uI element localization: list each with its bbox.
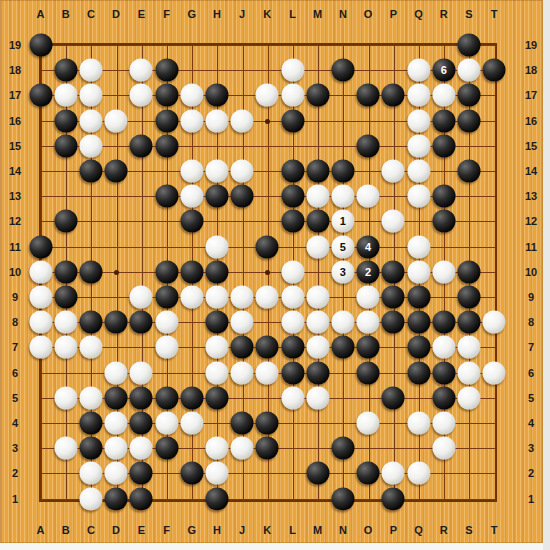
white-stone-C2[interactable]: [79, 462, 102, 485]
col-label-top-N: N: [339, 9, 347, 20]
black-stone-S9[interactable]: [457, 286, 480, 309]
black-stone-F16[interactable]: [155, 109, 178, 132]
black-stone-L7[interactable]: [281, 336, 304, 359]
white-stone-D3[interactable]: [105, 437, 128, 460]
white-stone-D6[interactable]: [105, 361, 128, 384]
black-stone-E5[interactable]: [130, 386, 153, 409]
white-stone-C1[interactable]: [79, 487, 102, 510]
white-stone-L10[interactable]: [281, 260, 304, 283]
black-stone-P1[interactable]: [382, 487, 405, 510]
black-stone-F10[interactable]: [155, 260, 178, 283]
col-label-top-O: O: [364, 9, 373, 20]
white-stone-S7[interactable]: [457, 336, 480, 359]
white-stone-M8[interactable]: [306, 311, 329, 334]
col-label-bottom-T: T: [491, 525, 498, 536]
row-label-left-16: 16: [9, 115, 21, 126]
black-stone-M14[interactable]: [306, 160, 329, 183]
black-stone-R6[interactable]: [432, 361, 455, 384]
row-label-right-1: 1: [528, 493, 534, 504]
white-stone-H3[interactable]: [205, 437, 228, 460]
white-stone-C16[interactable]: [79, 109, 102, 132]
col-label-top-T: T: [491, 9, 498, 20]
row-label-left-17: 17: [9, 90, 21, 101]
black-stone-S17[interactable]: [457, 84, 480, 107]
move-1-stone-N12[interactable]: 1: [331, 210, 354, 233]
row-label-right-2: 2: [528, 468, 534, 479]
black-stone-L14[interactable]: [281, 160, 304, 183]
col-label-top-D: D: [112, 9, 120, 20]
row-label-right-18: 18: [525, 65, 537, 76]
col-label-bottom-A: A: [37, 525, 45, 536]
black-stone-F15[interactable]: [155, 134, 178, 157]
row-label-right-6: 6: [528, 367, 534, 378]
black-stone-D14[interactable]: [105, 160, 128, 183]
black-stone-H10[interactable]: [205, 260, 228, 283]
black-stone-B15[interactable]: [54, 134, 77, 157]
row-label-right-11: 11: [525, 241, 537, 252]
move-2-stone-O10[interactable]: 2: [357, 260, 380, 283]
col-label-bottom-F: F: [163, 525, 170, 536]
col-label-top-J: J: [239, 9, 245, 20]
black-stone-D1[interactable]: [105, 487, 128, 510]
white-stone-J16[interactable]: [231, 109, 254, 132]
col-label-bottom-M: M: [313, 525, 322, 536]
black-stone-H8[interactable]: [205, 311, 228, 334]
black-stone-P9[interactable]: [382, 286, 405, 309]
white-stone-A7[interactable]: [29, 336, 52, 359]
white-stone-E3[interactable]: [130, 437, 153, 460]
black-stone-F17[interactable]: [155, 84, 178, 107]
row-label-left-2: 2: [12, 468, 18, 479]
col-label-bottom-G: G: [187, 525, 196, 536]
white-stone-L17[interactable]: [281, 84, 304, 107]
black-stone-N3[interactable]: [331, 437, 354, 460]
col-label-bottom-E: E: [138, 525, 145, 536]
row-label-left-8: 8: [12, 317, 18, 328]
col-label-top-S: S: [465, 9, 472, 20]
black-stone-B10[interactable]: [54, 260, 77, 283]
white-stone-L5[interactable]: [281, 386, 304, 409]
white-stone-Q11[interactable]: [407, 235, 430, 258]
black-stone-J7[interactable]: [231, 336, 254, 359]
col-label-top-E: E: [138, 9, 145, 20]
black-stone-P8[interactable]: [382, 311, 405, 334]
row-label-right-16: 16: [525, 115, 537, 126]
white-stone-E17[interactable]: [130, 84, 153, 107]
white-stone-J9[interactable]: [231, 286, 254, 309]
white-stone-P12[interactable]: [382, 210, 405, 233]
white-stone-G14[interactable]: [180, 160, 203, 183]
black-stone-S8[interactable]: [457, 311, 480, 334]
black-stone-N18[interactable]: [331, 59, 354, 82]
black-stone-Q9[interactable]: [407, 286, 430, 309]
col-label-top-A: A: [37, 9, 45, 20]
white-stone-O4[interactable]: [357, 412, 380, 435]
white-stone-B8[interactable]: [54, 311, 77, 334]
white-stone-R7[interactable]: [432, 336, 455, 359]
black-stone-G12[interactable]: [180, 210, 203, 233]
black-stone-R15[interactable]: [432, 134, 455, 157]
row-label-left-1: 1: [12, 493, 18, 504]
white-stone-B3[interactable]: [54, 437, 77, 460]
black-stone-N1[interactable]: [331, 487, 354, 510]
white-stone-J14[interactable]: [231, 160, 254, 183]
col-label-bottom-N: N: [339, 525, 347, 536]
black-stone-H17[interactable]: [205, 84, 228, 107]
black-stone-P5[interactable]: [382, 386, 405, 409]
black-stone-C14[interactable]: [79, 160, 102, 183]
white-stone-L9[interactable]: [281, 286, 304, 309]
col-label-top-Q: Q: [414, 9, 423, 20]
black-stone-E1[interactable]: [130, 487, 153, 510]
white-stone-C15[interactable]: [79, 134, 102, 157]
white-stone-G4[interactable]: [180, 412, 203, 435]
white-stone-D16[interactable]: [105, 109, 128, 132]
black-stone-J13[interactable]: [231, 185, 254, 208]
black-stone-N7[interactable]: [331, 336, 354, 359]
white-stone-H16[interactable]: [205, 109, 228, 132]
black-stone-S19[interactable]: [457, 34, 480, 57]
black-stone-D5[interactable]: [105, 386, 128, 409]
col-label-top-L: L: [289, 9, 296, 20]
white-stone-N8[interactable]: [331, 311, 354, 334]
white-stone-L8[interactable]: [281, 311, 304, 334]
black-stone-O2[interactable]: [357, 462, 380, 485]
row-label-left-9: 9: [12, 292, 18, 303]
row-label-right-4: 4: [528, 418, 534, 429]
white-stone-C5[interactable]: [79, 386, 102, 409]
col-label-bottom-P: P: [390, 525, 397, 536]
row-label-right-17: 17: [525, 90, 537, 101]
star-point-D10: [114, 270, 119, 275]
black-stone-A17[interactable]: [29, 84, 52, 107]
black-stone-A11[interactable]: [29, 235, 52, 258]
white-stone-B17[interactable]: [54, 84, 77, 107]
white-stone-T6[interactable]: [483, 361, 506, 384]
row-label-right-3: 3: [528, 443, 534, 454]
white-stone-H9[interactable]: [205, 286, 228, 309]
col-label-bottom-L: L: [289, 525, 296, 536]
col-label-top-F: F: [163, 9, 170, 20]
white-stone-S5[interactable]: [457, 386, 480, 409]
black-stone-S14[interactable]: [457, 160, 480, 183]
col-label-bottom-R: R: [440, 525, 448, 536]
white-stone-H14[interactable]: [205, 160, 228, 183]
white-stone-H7[interactable]: [205, 336, 228, 359]
white-stone-F4[interactable]: [155, 412, 178, 435]
black-stone-T18[interactable]: [483, 59, 506, 82]
white-stone-R10[interactable]: [432, 260, 455, 283]
white-stone-S18[interactable]: [457, 59, 480, 82]
black-stone-O6[interactable]: [357, 361, 380, 384]
white-stone-G9[interactable]: [180, 286, 203, 309]
row-label-right-12: 12: [525, 216, 537, 227]
black-stone-E4[interactable]: [130, 412, 153, 435]
col-label-top-C: C: [87, 9, 95, 20]
white-stone-M7[interactable]: [306, 336, 329, 359]
row-label-right-8: 8: [528, 317, 534, 328]
black-stone-M2[interactable]: [306, 462, 329, 485]
move-6-stone-R18[interactable]: 6: [432, 59, 455, 82]
white-stone-K9[interactable]: [256, 286, 279, 309]
black-stone-S16[interactable]: [457, 109, 480, 132]
black-stone-O15[interactable]: [357, 134, 380, 157]
row-label-left-10: 10: [9, 266, 21, 277]
row-label-left-11: 11: [9, 241, 21, 252]
white-stone-R4[interactable]: [432, 412, 455, 435]
black-stone-O17[interactable]: [357, 84, 380, 107]
white-stone-Q16[interactable]: [407, 109, 430, 132]
white-stone-A9[interactable]: [29, 286, 52, 309]
row-label-left-7: 7: [12, 342, 18, 353]
black-stone-S10[interactable]: [457, 260, 480, 283]
white-stone-G17[interactable]: [180, 84, 203, 107]
white-stone-M11[interactable]: [306, 235, 329, 258]
black-stone-C4[interactable]: [79, 412, 102, 435]
row-label-left-4: 4: [12, 418, 18, 429]
white-stone-L18[interactable]: [281, 59, 304, 82]
row-label-right-10: 10: [525, 266, 537, 277]
black-stone-F18[interactable]: [155, 59, 178, 82]
black-stone-L6[interactable]: [281, 361, 304, 384]
white-stone-K17[interactable]: [256, 84, 279, 107]
row-label-left-15: 15: [9, 140, 21, 151]
black-stone-H13[interactable]: [205, 185, 228, 208]
col-label-top-B: B: [62, 9, 70, 20]
black-stone-H1[interactable]: [205, 487, 228, 510]
black-stone-L12[interactable]: [281, 210, 304, 233]
black-stone-F3[interactable]: [155, 437, 178, 460]
black-stone-K11[interactable]: [256, 235, 279, 258]
col-label-top-G: G: [187, 9, 196, 20]
col-label-bottom-C: C: [87, 525, 95, 536]
col-label-bottom-S: S: [465, 525, 472, 536]
white-stone-Q15[interactable]: [407, 134, 430, 157]
move-4-stone-O11[interactable]: 4: [357, 235, 380, 258]
black-stone-L16[interactable]: [281, 109, 304, 132]
white-stone-J3[interactable]: [231, 437, 254, 460]
black-stone-C3[interactable]: [79, 437, 102, 460]
black-stone-N14[interactable]: [331, 160, 354, 183]
white-stone-Q2[interactable]: [407, 462, 430, 485]
black-stone-K4[interactable]: [256, 412, 279, 435]
white-stone-J8[interactable]: [231, 311, 254, 334]
black-stone-O7[interactable]: [357, 336, 380, 359]
black-stone-F13[interactable]: [155, 185, 178, 208]
col-label-bottom-K: K: [263, 525, 271, 536]
white-stone-A10[interactable]: [29, 260, 52, 283]
row-label-left-14: 14: [9, 166, 21, 177]
col-label-bottom-O: O: [364, 525, 373, 536]
right-margin: [543, 0, 550, 550]
white-stone-G13[interactable]: [180, 185, 203, 208]
black-stone-E2[interactable]: [130, 462, 153, 485]
white-stone-R3[interactable]: [432, 437, 455, 460]
black-stone-G5[interactable]: [180, 386, 203, 409]
white-stone-P2[interactable]: [382, 462, 405, 485]
white-stone-H11[interactable]: [205, 235, 228, 258]
white-stone-F7[interactable]: [155, 336, 178, 359]
white-stone-J6[interactable]: [231, 361, 254, 384]
row-label-right-13: 13: [525, 191, 537, 202]
row-label-right-14: 14: [525, 166, 537, 177]
go-board-diagram: AABBCCDDEEFFGGHHJJKKLLMMNNOOPPQQRRSSTT19…: [0, 0, 543, 543]
row-label-left-18: 18: [9, 65, 21, 76]
white-stone-M9[interactable]: [306, 286, 329, 309]
bottom-margin: [0, 543, 543, 550]
row-label-left-5: 5: [12, 392, 18, 403]
white-stone-O8[interactable]: [357, 311, 380, 334]
col-label-bottom-H: H: [213, 525, 221, 536]
black-stone-A19[interactable]: [29, 34, 52, 57]
black-stone-C10[interactable]: [79, 260, 102, 283]
white-stone-S6[interactable]: [457, 361, 480, 384]
white-stone-P14[interactable]: [382, 160, 405, 183]
black-stone-Q7[interactable]: [407, 336, 430, 359]
white-stone-O13[interactable]: [357, 185, 380, 208]
col-label-bottom-J: J: [239, 525, 245, 536]
white-stone-Q17[interactable]: [407, 84, 430, 107]
white-stone-A8[interactable]: [29, 311, 52, 334]
row-label-left-6: 6: [12, 367, 18, 378]
white-stone-T8[interactable]: [483, 311, 506, 334]
white-stone-D2[interactable]: [105, 462, 128, 485]
row-label-right-5: 5: [528, 392, 534, 403]
white-stone-Q13[interactable]: [407, 185, 430, 208]
black-stone-M12[interactable]: [306, 210, 329, 233]
col-label-top-R: R: [440, 9, 448, 20]
white-stone-B7[interactable]: [54, 336, 77, 359]
white-stone-C17[interactable]: [79, 84, 102, 107]
black-stone-L13[interactable]: [281, 185, 304, 208]
white-stone-Q4[interactable]: [407, 412, 430, 435]
black-stone-H5[interactable]: [205, 386, 228, 409]
white-stone-C18[interactable]: [79, 59, 102, 82]
black-stone-D8[interactable]: [105, 311, 128, 334]
black-stone-K7[interactable]: [256, 336, 279, 359]
black-stone-E15[interactable]: [130, 134, 153, 157]
black-stone-B18[interactable]: [54, 59, 77, 82]
black-stone-P10[interactable]: [382, 260, 405, 283]
white-stone-M13[interactable]: [306, 185, 329, 208]
row-label-right-19: 19: [525, 40, 537, 51]
col-label-bottom-Q: Q: [414, 525, 423, 536]
black-stone-R16[interactable]: [432, 109, 455, 132]
row-label-right-7: 7: [528, 342, 534, 353]
white-stone-O9[interactable]: [357, 286, 380, 309]
black-stone-F5[interactable]: [155, 386, 178, 409]
black-stone-M6[interactable]: [306, 361, 329, 384]
col-label-bottom-B: B: [62, 525, 70, 536]
move-3-stone-N10[interactable]: 3: [331, 260, 354, 283]
white-stone-F8[interactable]: [155, 311, 178, 334]
white-stone-D4[interactable]: [105, 412, 128, 435]
black-stone-R13[interactable]: [432, 185, 455, 208]
black-stone-R12[interactable]: [432, 210, 455, 233]
white-stone-E6[interactable]: [130, 361, 153, 384]
board-surface[interactable]: AABBCCDDEEFFGGHHJJKKLLMMNNOOPPQQRRSSTT19…: [0, 0, 543, 543]
row-label-right-9: 9: [528, 292, 534, 303]
black-stone-P17[interactable]: [382, 84, 405, 107]
black-stone-Q6[interactable]: [407, 361, 430, 384]
col-label-bottom-D: D: [112, 525, 120, 536]
white-stone-E9[interactable]: [130, 286, 153, 309]
white-stone-E18[interactable]: [130, 59, 153, 82]
black-stone-R8[interactable]: [432, 311, 455, 334]
white-stone-C7[interactable]: [79, 336, 102, 359]
white-stone-Q14[interactable]: [407, 160, 430, 183]
black-stone-Q8[interactable]: [407, 311, 430, 334]
white-stone-Q10[interactable]: [407, 260, 430, 283]
white-stone-B5[interactable]: [54, 386, 77, 409]
row-label-left-3: 3: [12, 443, 18, 454]
row-label-right-15: 15: [525, 140, 537, 151]
col-label-top-K: K: [263, 9, 271, 20]
white-stone-Q18[interactable]: [407, 59, 430, 82]
white-stone-M5[interactable]: [306, 386, 329, 409]
black-stone-B9[interactable]: [54, 286, 77, 309]
black-stone-K3[interactable]: [256, 437, 279, 460]
black-stone-G10[interactable]: [180, 260, 203, 283]
white-stone-H2[interactable]: [205, 462, 228, 485]
col-label-top-P: P: [390, 9, 397, 20]
black-stone-G2[interactable]: [180, 462, 203, 485]
black-stone-B16[interactable]: [54, 109, 77, 132]
black-stone-C8[interactable]: [79, 311, 102, 334]
white-stone-N13[interactable]: [331, 185, 354, 208]
black-stone-M17[interactable]: [306, 84, 329, 107]
white-stone-R17[interactable]: [432, 84, 455, 107]
white-stone-K6[interactable]: [256, 361, 279, 384]
black-stone-F9[interactable]: [155, 286, 178, 309]
col-label-top-M: M: [313, 9, 322, 20]
black-stone-B12[interactable]: [54, 210, 77, 233]
row-label-left-12: 12: [9, 216, 21, 227]
star-point-K16: [265, 119, 270, 124]
col-label-top-H: H: [213, 9, 221, 20]
white-stone-G16[interactable]: [180, 109, 203, 132]
black-stone-R5[interactable]: [432, 386, 455, 409]
black-stone-J4[interactable]: [231, 412, 254, 435]
row-label-left-19: 19: [9, 40, 21, 51]
move-5-stone-N11[interactable]: 5: [331, 235, 354, 258]
white-stone-H6[interactable]: [205, 361, 228, 384]
row-label-left-13: 13: [9, 191, 21, 202]
black-stone-E8[interactable]: [130, 311, 153, 334]
